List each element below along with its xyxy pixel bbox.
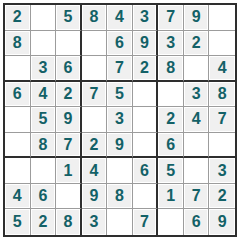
given-digit: 2: [83, 134, 106, 156]
cell-r5c1[interactable]: [5, 107, 31, 133]
given-digit: 8: [108, 185, 131, 208]
cell-r2c8[interactable]: 2: [184, 31, 210, 57]
cell-r4c7[interactable]: [158, 82, 184, 108]
cell-r6c8[interactable]: [184, 133, 210, 159]
cell-r1c2[interactable]: [31, 5, 57, 31]
cell-r9c5[interactable]: [107, 209, 133, 235]
given-digit: 3: [32, 57, 55, 79]
given-digit: 3: [159, 32, 182, 55]
cell-r9c4[interactable]: 3: [82, 209, 108, 235]
given-digit: 3: [134, 6, 156, 29]
given-digit: 8: [159, 57, 182, 79]
cell-r8c8[interactable]: 7: [184, 184, 210, 210]
cell-r9c3[interactable]: 8: [56, 209, 82, 235]
given-digit: 9: [185, 6, 208, 29]
given-digit: 6: [108, 32, 131, 55]
cell-r5c2[interactable]: 5: [31, 107, 57, 133]
cell-r6c3[interactable]: 7: [56, 133, 82, 159]
given-digit: 2: [185, 32, 208, 55]
cell-r8c4[interactable]: 9: [82, 184, 108, 210]
given-digit: 7: [159, 6, 182, 29]
cell-r3c6[interactable]: 2: [133, 56, 159, 82]
given-digit: 2: [210, 185, 234, 208]
given-digit: 9: [210, 210, 234, 234]
cell-r2c2[interactable]: [31, 31, 57, 57]
cell-r2c7[interactable]: 3: [158, 31, 184, 57]
given-digit: 6: [6, 83, 29, 106]
cell-r1c7[interactable]: 7: [158, 5, 184, 31]
given-digit: 8: [32, 134, 55, 156]
cell-r2c5[interactable]: 6: [107, 31, 133, 57]
given-digit: 4: [108, 6, 131, 29]
cell-r5c5[interactable]: 3: [107, 107, 133, 133]
given-digit: 8: [6, 32, 29, 55]
cell-r3c5[interactable]: 7: [107, 56, 133, 82]
cell-r5c7[interactable]: 2: [158, 107, 184, 133]
cell-r1c3[interactable]: 5: [56, 5, 82, 31]
cell-r3c3[interactable]: 6: [56, 56, 82, 82]
cell-r7c9[interactable]: 3: [209, 158, 235, 184]
cell-r4c3[interactable]: 2: [56, 82, 82, 108]
cell-r4c5[interactable]: 5: [107, 82, 133, 108]
given-digit: 6: [159, 134, 182, 156]
given-digit: 5: [108, 83, 131, 106]
cell-r7c7[interactable]: 5: [158, 158, 184, 184]
cell-r7c1[interactable]: [5, 158, 31, 184]
cell-r1c1[interactable]: 2: [5, 5, 31, 31]
given-digit: 1: [159, 185, 182, 208]
given-digit: 5: [32, 108, 55, 131]
given-digit: 4: [6, 185, 29, 208]
cell-r7c4[interactable]: 4: [82, 158, 108, 184]
cell-r5c4[interactable]: [82, 107, 108, 133]
cell-r3c7[interactable]: 8: [158, 56, 184, 82]
cell-r9c6[interactable]: 7: [133, 209, 159, 235]
given-digit: 8: [83, 6, 106, 29]
given-digit: 3: [185, 83, 208, 106]
cell-r8c5[interactable]: 8: [107, 184, 133, 210]
given-digit: 9: [83, 185, 106, 208]
cell-r7c6[interactable]: 6: [133, 158, 159, 184]
given-digit: 5: [159, 159, 182, 182]
given-digit: 6: [134, 159, 156, 182]
sudoku-board: 2584379869323672846427538593247872961465…: [3, 3, 237, 237]
cell-r6c5[interactable]: 9: [107, 133, 133, 159]
given-digit: 2: [134, 57, 156, 79]
cell-r4c1[interactable]: 6: [5, 82, 31, 108]
cell-r2c1[interactable]: 8: [5, 31, 31, 57]
given-digit: 1: [57, 159, 79, 182]
given-digit: 3: [83, 210, 106, 234]
given-digit: 9: [57, 108, 79, 131]
given-digit: 2: [57, 83, 79, 106]
cell-r3c2[interactable]: 3: [31, 56, 57, 82]
given-digit: 2: [32, 210, 55, 234]
cell-r5c8[interactable]: 4: [184, 107, 210, 133]
cell-r5c3[interactable]: 9: [56, 107, 82, 133]
given-digit: 3: [108, 108, 131, 131]
given-digit: 4: [210, 57, 234, 79]
given-digit: 9: [134, 32, 156, 55]
cell-r6c6[interactable]: [133, 133, 159, 159]
cell-r4c4[interactable]: 7: [82, 82, 108, 108]
cell-r5c9[interactable]: 7: [209, 107, 235, 133]
cell-r9c1[interactable]: 5: [5, 209, 31, 235]
given-digit: 5: [6, 210, 29, 234]
given-digit: 7: [210, 108, 234, 131]
cell-r8c7[interactable]: 1: [158, 184, 184, 210]
cell-r3c1[interactable]: [5, 56, 31, 82]
given-digit: 4: [32, 83, 55, 106]
given-digit: 4: [185, 108, 208, 131]
given-digit: 2: [159, 108, 182, 131]
cell-r1c6[interactable]: 3: [133, 5, 159, 31]
given-digit: 6: [57, 57, 79, 79]
given-digit: 6: [185, 210, 208, 234]
cell-r8c3[interactable]: [56, 184, 82, 210]
cell-r9c8[interactable]: 6: [184, 209, 210, 235]
given-digit: 8: [210, 83, 234, 106]
cell-r2c9[interactable]: [209, 31, 235, 57]
cell-r8c9[interactable]: 2: [209, 184, 235, 210]
given-digit: 7: [57, 134, 79, 156]
cell-r6c7[interactable]: 6: [158, 133, 184, 159]
cell-r1c4[interactable]: 8: [82, 5, 108, 31]
given-digit: 7: [83, 83, 106, 106]
cell-r4c8[interactable]: 3: [184, 82, 210, 108]
given-digit: 7: [185, 185, 208, 208]
cell-r8c1[interactable]: 4: [5, 184, 31, 210]
given-digit: 5: [57, 6, 79, 29]
cell-r2c6[interactable]: 9: [133, 31, 159, 57]
given-digit: 7: [134, 210, 156, 234]
given-digit: 9: [108, 134, 131, 156]
cell-r8c2[interactable]: 6: [31, 184, 57, 210]
given-digit: 7: [108, 57, 131, 79]
given-digit: 3: [210, 159, 234, 182]
cell-r4c6[interactable]: [133, 82, 159, 108]
cell-r1c9[interactable]: [209, 5, 235, 31]
cell-r9c2[interactable]: 2: [31, 209, 57, 235]
cell-r9c7[interactable]: [158, 209, 184, 235]
cell-r6c2[interactable]: 8: [31, 133, 57, 159]
cell-r6c1[interactable]: [5, 133, 31, 159]
cell-r2c3[interactable]: [56, 31, 82, 57]
cell-r7c8[interactable]: [184, 158, 210, 184]
given-digit: 2: [6, 6, 29, 29]
cell-r4c9[interactable]: 8: [209, 82, 235, 108]
cell-r7c3[interactable]: 1: [56, 158, 82, 184]
cell-r1c8[interactable]: 9: [184, 5, 210, 31]
given-digit: 8: [57, 210, 79, 234]
cell-r7c5[interactable]: [107, 158, 133, 184]
given-digit: 6: [32, 185, 55, 208]
cell-r2c4[interactable]: [82, 31, 108, 57]
cell-r5c6[interactable]: [133, 107, 159, 133]
cell-r1c5[interactable]: 4: [107, 5, 133, 31]
given-digit: 4: [83, 159, 106, 182]
cell-r4c2[interactable]: 4: [31, 82, 57, 108]
cell-r6c4[interactable]: 2: [82, 133, 108, 159]
cell-r3c8[interactable]: [184, 56, 210, 82]
sudoku-page: 2584379869323672846427538593247872961465…: [0, 0, 240, 240]
cell-r6c9[interactable]: [209, 133, 235, 159]
cell-r8c6[interactable]: [133, 184, 159, 210]
cell-r3c9[interactable]: 4: [209, 56, 235, 82]
cell-r7c2[interactable]: [31, 158, 57, 184]
cell-r3c4[interactable]: [82, 56, 108, 82]
cell-r9c9[interactable]: 9: [209, 209, 235, 235]
